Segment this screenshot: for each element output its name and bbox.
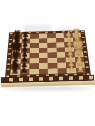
- square: ♜: [10, 69, 20, 75]
- chess-set-product-photo: ♜♟♟♜♞♟♟♞♝♟♟♝♚♟♟♚♛♟♟♛♝♟♟♝♞♟♟♞♜♟♟♜: [0, 0, 95, 126]
- square: [57, 68, 67, 74]
- black-rook: ♜: [12, 29, 21, 39]
- square: [38, 68, 47, 74]
- drop-shadow: [4, 87, 92, 90]
- square: ♟: [66, 68, 76, 74]
- square: [29, 69, 38, 75]
- square: ♜: [75, 67, 85, 73]
- corner-rosette: [81, 31, 84, 32]
- chess-board: ♜♟♟♜♞♟♟♞♝♟♟♝♚♟♟♚♛♟♟♛♝♟♟♝♞♟♟♞♜♟♟♜: [10, 33, 85, 75]
- square: ♞: [75, 62, 85, 68]
- square: [47, 68, 57, 74]
- corner-rosette: [10, 33, 13, 34]
- chess-board-frame: ♜♟♟♜♞♟♟♞♝♟♟♝♚♟♟♚♛♟♟♛♝♟♟♝♞♟♟♞♜♟♟♜: [5, 30, 91, 78]
- white-rook: ♜: [72, 28, 81, 38]
- square: ♟: [19, 69, 29, 75]
